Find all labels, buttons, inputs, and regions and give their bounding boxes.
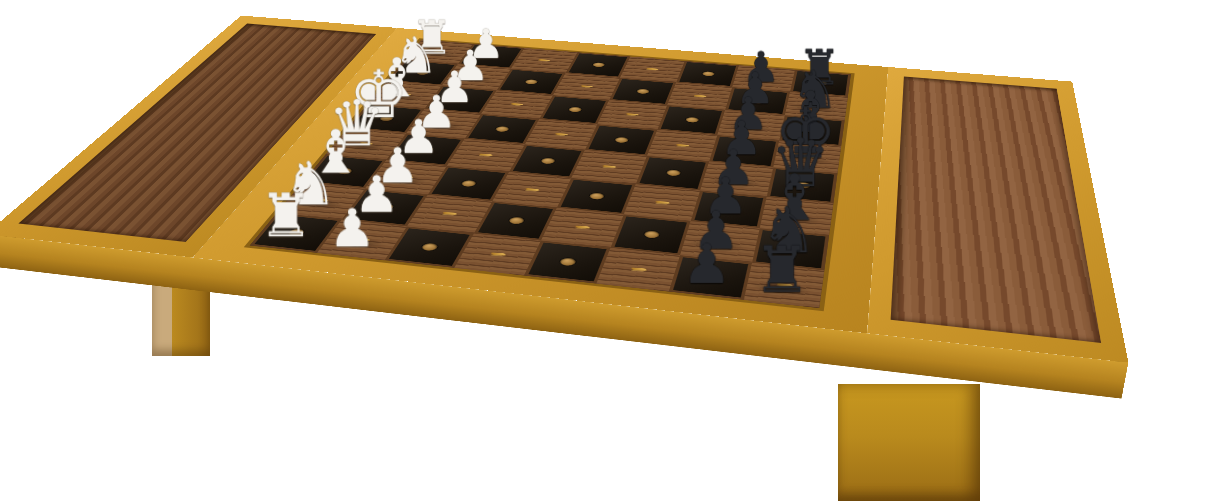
peg-hole — [336, 168, 353, 175]
gold-inlay-mark — [676, 144, 689, 146]
peg-hole — [485, 54, 499, 59]
gold-inlay-mark — [539, 59, 550, 61]
gold-inlay-mark — [810, 105, 823, 107]
gold-inlay-mark — [581, 85, 593, 87]
gold-inlay-mark — [360, 142, 372, 144]
gold-inlay-mark — [471, 76, 483, 78]
gold-inlay-mark — [789, 214, 804, 217]
gold-inlay-mark — [511, 103, 523, 105]
gold-inlay-mark — [758, 77, 770, 79]
peg-hole — [589, 192, 605, 200]
peg-hole — [806, 127, 820, 133]
peg-hole — [722, 205, 738, 213]
gold-inlay-mark — [356, 238, 370, 241]
square-a8: ♜ — [743, 262, 824, 308]
right-capture-tray — [867, 67, 1129, 363]
peg-hole — [703, 272, 720, 281]
peg-hole — [643, 230, 660, 238]
peg-hole — [592, 62, 606, 67]
peg-hole — [752, 98, 765, 104]
peg-hole — [525, 79, 539, 85]
gold-inlay-mark — [655, 201, 669, 204]
peg-hole — [416, 70, 431, 75]
peg-hole — [461, 180, 478, 187]
gold-inlay-mark — [603, 165, 617, 168]
peg-hole — [795, 182, 810, 189]
square-f6 — [657, 105, 725, 135]
peg-hole — [783, 245, 799, 254]
white-pawn-e2: ♟ — [416, 89, 456, 134]
white-knight-b1: ♞ — [284, 154, 338, 214]
white-rook-h1: ♜ — [411, 14, 453, 61]
gold-inlay-mark — [631, 267, 647, 270]
peg-hole — [508, 217, 525, 225]
right-foot — [838, 384, 980, 501]
peg-hole — [636, 88, 650, 94]
left-foot — [152, 280, 210, 356]
gold-inlay-mark — [434, 51, 445, 53]
peg-hole — [702, 71, 715, 76]
peg-hole — [614, 137, 629, 144]
gold-inlay-mark — [443, 212, 457, 215]
peg-hole — [287, 228, 306, 236]
gold-inlay-mark — [800, 155, 814, 158]
square-e5 — [585, 124, 657, 156]
chess-set-product-photo: ♜♟♟♜♞♟♟♞♝♟♟♝♚♟♟♚♛♟♟♛♝♟♟♝♞♟♟♞♜♟♟♜ — [0, 0, 1230, 501]
gold-inlay-mark — [576, 226, 591, 229]
square-e8: ♚ — [773, 140, 841, 173]
gold-inlay-mark — [480, 154, 493, 157]
square-e7: ♟ — [709, 135, 779, 168]
square-a6 — [596, 248, 680, 292]
gold-inlay-mark — [694, 95, 707, 97]
peg-hole — [568, 107, 583, 113]
gold-inlay-mark — [525, 188, 539, 191]
square-c5 — [557, 178, 635, 215]
peg-hole — [540, 158, 556, 165]
peg-hole — [495, 126, 510, 132]
gold-inlay-mark — [713, 240, 728, 243]
peg-hole — [738, 148, 752, 155]
gold-inlay-mark — [315, 199, 328, 202]
gold-inlay-mark — [776, 283, 792, 287]
square-a3 — [384, 226, 473, 268]
gold-inlay-mark — [555, 133, 568, 135]
square-a1: ♜ — [250, 213, 342, 253]
square-a5 — [524, 240, 610, 283]
peg-hole — [377, 203, 395, 211]
right-tray-wood-panel — [891, 77, 1102, 344]
gold-inlay-mark — [647, 68, 659, 70]
peg-hole — [815, 80, 828, 86]
peg-hole — [685, 117, 699, 123]
square-h7: ♟ — [732, 65, 794, 91]
square-e6 — [647, 129, 718, 161]
gold-inlay-mark — [438, 122, 450, 124]
square-b6 — [610, 215, 691, 255]
peg-hole — [379, 115, 395, 121]
gold-inlay-mark — [730, 177, 744, 180]
black-pawn-h7: ♟ — [742, 46, 780, 88]
peg-hole — [454, 97, 469, 103]
square-e4 — [524, 119, 597, 150]
white-pawn-h2: ♟ — [468, 23, 504, 64]
peg-hole — [559, 257, 577, 266]
gold-inlay-mark — [491, 252, 506, 255]
gold-inlay-mark — [399, 93, 411, 95]
gold-inlay-mark — [400, 176, 413, 179]
peg-hole — [421, 243, 440, 252]
gold-inlay-mark — [626, 113, 639, 115]
peg-hole — [418, 146, 434, 153]
peg-hole — [666, 169, 681, 176]
black-rook-h8: ♜ — [797, 43, 841, 92]
square-a7: ♟ — [669, 255, 752, 300]
gold-inlay-mark — [745, 124, 758, 126]
